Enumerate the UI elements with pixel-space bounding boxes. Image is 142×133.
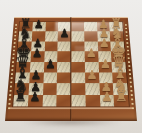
square-b6[interactable]: [43, 83, 57, 94]
piece-black-rook-a8[interactable]: ♜: [14, 90, 27, 105]
square-c6[interactable]: [43, 72, 57, 83]
square-a6[interactable]: [42, 95, 57, 107]
square-g6[interactable]: [45, 32, 58, 42]
piece-white-pawn-e3[interactable]: ♟: [86, 48, 97, 60]
piece-black-pawn-e7[interactable]: ♟: [32, 48, 43, 60]
square-d4[interactable]: [71, 62, 85, 73]
board-hinge-seam: [70, 17, 72, 121]
square-g3[interactable]: [84, 32, 97, 42]
piece-white-pawn-a2[interactable]: ♟: [101, 92, 112, 105]
photo-chessboard-scene: ♜♟♟♜♞♟♟♞♝♟♟♝♚♟♟♚♛♟♟♛♝♟♟♝♞♟♟♞♜♟♟♜: [0, 0, 142, 133]
square-h4[interactable]: [71, 22, 84, 31]
piece-black-pawn-d6[interactable]: ♟: [45, 58, 56, 70]
square-a3[interactable]: [85, 95, 100, 107]
square-c4[interactable]: [71, 72, 85, 83]
square-e5[interactable]: [57, 51, 71, 61]
square-h6[interactable]: [45, 22, 58, 31]
square-d5[interactable]: [57, 62, 71, 73]
square-b4[interactable]: [71, 83, 85, 94]
square-e4[interactable]: [71, 51, 85, 61]
square-f5[interactable]: [58, 41, 71, 51]
square-a5[interactable]: [57, 95, 71, 107]
square-a4[interactable]: [71, 95, 85, 107]
piece-white-pawn-d2[interactable]: ♟: [100, 58, 111, 70]
piece-white-pawn-c3[interactable]: ♟: [86, 69, 97, 81]
piece-black-pawn-h7[interactable]: ♟: [34, 18, 44, 29]
piece-white-pawn-f2[interactable]: ♟: [99, 38, 109, 50]
piece-black-pawn-g5[interactable]: ♟: [59, 28, 69, 40]
square-f4[interactable]: [71, 41, 84, 51]
square-c5[interactable]: [57, 72, 71, 83]
piece-black-pawn-a7[interactable]: ♟: [29, 92, 40, 105]
square-g4[interactable]: [71, 32, 84, 42]
square-f6[interactable]: [44, 41, 58, 51]
square-h3[interactable]: [84, 22, 97, 31]
piece-white-rook-a1[interactable]: ♜: [115, 90, 128, 105]
square-b5[interactable]: [57, 83, 71, 94]
near-frame-bevel-highlight: [10, 107, 132, 109]
square-b3[interactable]: [85, 83, 99, 94]
